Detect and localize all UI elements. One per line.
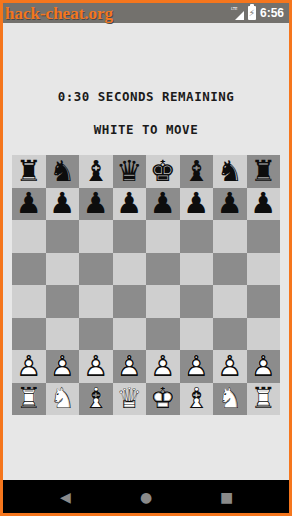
- piece-black-king: ♚: [150, 157, 176, 186]
- piece-black-pawn: ♟: [250, 189, 276, 218]
- home-icon: ●: [140, 490, 152, 504]
- watermark-banner: hack-cheat.org: [5, 3, 113, 24]
- piece-black-pawn: ♟: [16, 189, 42, 218]
- square-h6[interactable]: [247, 220, 281, 253]
- turn-indicator: WHITE TO MOVE: [3, 122, 289, 138]
- square-d1[interactable]: ♛♕: [113, 383, 147, 416]
- square-d4[interactable]: [113, 285, 147, 318]
- square-b3[interactable]: [46, 318, 80, 351]
- square-c2[interactable]: ♟♙: [79, 350, 113, 383]
- square-b4[interactable]: [46, 285, 80, 318]
- square-e1[interactable]: ♚♔: [146, 383, 180, 416]
- square-g3[interactable]: [213, 318, 247, 351]
- square-f1[interactable]: ♝♗: [180, 383, 214, 416]
- piece-black-bishop: ♝: [83, 157, 109, 186]
- square-h5[interactable]: [247, 253, 281, 286]
- piece-white-pawn: ♙: [16, 352, 42, 381]
- square-a3[interactable]: [12, 318, 46, 351]
- piece-white-queen: ♕: [116, 384, 142, 413]
- square-c3[interactable]: [79, 318, 113, 351]
- piece-black-pawn: ♟: [116, 189, 142, 218]
- square-e5[interactable]: [146, 253, 180, 286]
- square-h8[interactable]: ♜: [247, 155, 281, 188]
- square-f3[interactable]: [180, 318, 214, 351]
- square-d5[interactable]: [113, 253, 147, 286]
- square-c8[interactable]: ♝: [79, 155, 113, 188]
- piece-black-rook: ♜: [16, 157, 42, 186]
- status-clock: 6:56: [260, 6, 284, 20]
- square-d8[interactable]: ♛: [113, 155, 147, 188]
- piece-white-bishop: ♗: [183, 384, 209, 413]
- charging-bolt-icon: ⚡: [249, 9, 255, 18]
- square-a8[interactable]: ♜: [12, 155, 46, 188]
- square-a2[interactable]: ♟♙: [12, 350, 46, 383]
- piece-white-rook: ♖: [16, 384, 42, 413]
- square-f8[interactable]: ♝: [180, 155, 214, 188]
- square-g4[interactable]: [213, 285, 247, 318]
- square-g2[interactable]: ♟♙: [213, 350, 247, 383]
- signal-triangle-icon: [235, 11, 244, 20]
- recent-apps-icon: ■: [220, 490, 233, 504]
- square-d3[interactable]: [113, 318, 147, 351]
- piece-black-queen: ♛: [116, 157, 142, 186]
- square-b2[interactable]: ♟♙: [46, 350, 80, 383]
- piece-white-rook: ♖: [250, 384, 276, 413]
- piece-white-pawn: ♙: [83, 352, 109, 381]
- piece-black-pawn: ♟: [83, 189, 109, 218]
- piece-white-pawn: ♙: [116, 352, 142, 381]
- screen: LTE ⚡ 6:56 hack-cheat.org 0:30 SECONDS R…: [0, 0, 292, 516]
- square-d7[interactable]: ♟: [113, 188, 147, 221]
- square-f4[interactable]: [180, 285, 214, 318]
- piece-black-rook: ♜: [250, 157, 276, 186]
- square-f5[interactable]: [180, 253, 214, 286]
- square-f2[interactable]: ♟♙: [180, 350, 214, 383]
- square-f7[interactable]: ♟: [180, 188, 214, 221]
- square-a6[interactable]: [12, 220, 46, 253]
- square-e2[interactable]: ♟♙: [146, 350, 180, 383]
- piece-white-king: ♔: [150, 384, 176, 413]
- square-h1[interactable]: ♜♖: [247, 383, 281, 416]
- square-h4[interactable]: [247, 285, 281, 318]
- android-nav-bar: ◀ ● ■: [3, 480, 289, 513]
- piece-black-bishop: ♝: [183, 157, 209, 186]
- square-e3[interactable]: [146, 318, 180, 351]
- status-icons: LTE ⚡ 6:56: [231, 3, 284, 23]
- square-b6[interactable]: [46, 220, 80, 253]
- square-c5[interactable]: [79, 253, 113, 286]
- piece-black-pawn: ♟: [49, 189, 75, 218]
- battery-charging-icon: ⚡: [248, 6, 256, 20]
- piece-white-pawn: ♙: [49, 352, 75, 381]
- piece-white-bishop: ♗: [83, 384, 109, 413]
- square-e7[interactable]: ♟: [146, 188, 180, 221]
- recent-apps-button[interactable]: ■: [212, 482, 242, 512]
- square-g8[interactable]: ♞: [213, 155, 247, 188]
- timer-text: 0:30 SECONDS REMAINING: [3, 89, 289, 105]
- square-a4[interactable]: [12, 285, 46, 318]
- back-icon: ◀: [60, 490, 71, 504]
- piece-white-pawn: ♙: [217, 352, 243, 381]
- piece-black-pawn: ♟: [183, 189, 209, 218]
- back-button[interactable]: ◀: [50, 482, 80, 512]
- piece-black-pawn: ♟: [217, 189, 243, 218]
- square-b5[interactable]: [46, 253, 80, 286]
- square-g5[interactable]: [213, 253, 247, 286]
- piece-white-pawn: ♙: [250, 352, 276, 381]
- chess-board: ♜♞♝♛♚♝♞♜♟♟♟♟♟♟♟♟♟♙♟♙♟♙♟♙♟♙♟♙♟♙♟♙♜♖♞♘♝♗♛♕…: [12, 155, 280, 415]
- square-d2[interactable]: ♟♙: [113, 350, 147, 383]
- square-f6[interactable]: [180, 220, 214, 253]
- square-h3[interactable]: [247, 318, 281, 351]
- square-c1[interactable]: ♝♗: [79, 383, 113, 416]
- square-a7[interactable]: ♟: [12, 188, 46, 221]
- piece-black-knight: ♞: [217, 157, 243, 186]
- square-h2[interactable]: ♟♙: [247, 350, 281, 383]
- square-a1[interactable]: ♜♖: [12, 383, 46, 416]
- piece-black-pawn: ♟: [150, 189, 176, 218]
- piece-white-knight: ♘: [49, 384, 75, 413]
- square-g1[interactable]: ♞♘: [213, 383, 247, 416]
- square-e4[interactable]: [146, 285, 180, 318]
- lte-signal-icon: LTE: [231, 7, 244, 20]
- square-e8[interactable]: ♚: [146, 155, 180, 188]
- square-b1[interactable]: ♞♘: [46, 383, 80, 416]
- square-c4[interactable]: [79, 285, 113, 318]
- square-b8[interactable]: ♞: [46, 155, 80, 188]
- square-g6[interactable]: [213, 220, 247, 253]
- piece-white-pawn: ♙: [150, 352, 176, 381]
- square-e6[interactable]: [146, 220, 180, 253]
- piece-black-knight: ♞: [49, 157, 75, 186]
- square-a5[interactable]: [12, 253, 46, 286]
- square-c6[interactable]: [79, 220, 113, 253]
- square-c7[interactable]: ♟: [79, 188, 113, 221]
- square-h7[interactable]: ♟: [247, 188, 281, 221]
- square-d6[interactable]: [113, 220, 147, 253]
- piece-white-knight: ♘: [217, 384, 243, 413]
- square-g7[interactable]: ♟: [213, 188, 247, 221]
- piece-white-pawn: ♙: [183, 352, 209, 381]
- square-b7[interactable]: ♟: [46, 188, 80, 221]
- home-button[interactable]: ●: [131, 482, 161, 512]
